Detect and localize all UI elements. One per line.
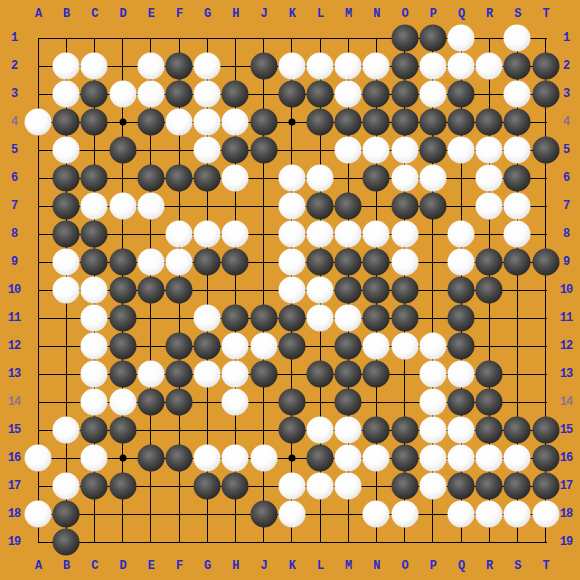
column-label-bottom-O: O xyxy=(401,560,407,572)
black-stone-M14 xyxy=(335,389,362,416)
black-stone-S17 xyxy=(504,473,531,500)
row-label-left-14: 14 xyxy=(8,396,20,408)
row-label-left-5: 5 xyxy=(11,144,17,156)
white-stone-P13 xyxy=(419,361,446,388)
black-stone-M7 xyxy=(335,193,362,220)
black-stone-D10 xyxy=(109,277,136,304)
white-stone-G3 xyxy=(194,81,221,108)
white-stone-E2 xyxy=(137,53,164,80)
white-stone-K7 xyxy=(278,193,305,220)
row-label-left-11: 11 xyxy=(8,312,20,324)
white-stone-H16 xyxy=(222,445,249,472)
black-stone-K15 xyxy=(278,417,305,444)
white-stone-M16 xyxy=(335,445,362,472)
white-stone-L10 xyxy=(307,277,334,304)
black-stone-P7 xyxy=(419,193,446,220)
white-stone-O5 xyxy=(391,137,418,164)
white-stone-O18 xyxy=(391,501,418,528)
black-stone-E6 xyxy=(137,165,164,192)
black-stone-M13 xyxy=(335,361,362,388)
black-stone-M12 xyxy=(335,333,362,360)
black-stone-E4 xyxy=(137,109,164,136)
white-stone-G11 xyxy=(194,305,221,332)
black-stone-T15 xyxy=(532,417,559,444)
black-stone-B8 xyxy=(53,221,80,248)
black-stone-O10 xyxy=(391,277,418,304)
white-stone-M15 xyxy=(335,417,362,444)
black-stone-L13 xyxy=(307,361,334,388)
white-stone-H8 xyxy=(222,221,249,248)
white-stone-M5 xyxy=(335,137,362,164)
white-stone-D3 xyxy=(109,81,136,108)
column-label-top-P: P xyxy=(430,8,436,20)
white-stone-J16 xyxy=(250,445,277,472)
column-label-bottom-S: S xyxy=(514,560,520,572)
column-label-bottom-L: L xyxy=(317,560,323,572)
white-stone-O6 xyxy=(391,165,418,192)
column-label-bottom-G: G xyxy=(204,560,210,572)
white-stone-K8 xyxy=(278,221,305,248)
column-label-bottom-Q: Q xyxy=(458,560,464,572)
black-stone-N6 xyxy=(363,165,390,192)
white-stone-G13 xyxy=(194,361,221,388)
white-stone-L11 xyxy=(307,305,334,332)
black-stone-D12 xyxy=(109,333,136,360)
black-stone-P5 xyxy=(419,137,446,164)
black-stone-T9 xyxy=(532,249,559,276)
black-stone-Q12 xyxy=(448,333,475,360)
row-label-right-5: 5 xyxy=(563,144,569,156)
white-stone-G4 xyxy=(194,109,221,136)
white-stone-Q9 xyxy=(448,249,475,276)
row-label-right-10: 10 xyxy=(560,284,572,296)
black-stone-L3 xyxy=(307,81,334,108)
column-label-bottom-A: A xyxy=(35,560,41,572)
column-label-bottom-C: C xyxy=(91,560,97,572)
black-stone-N10 xyxy=(363,277,390,304)
row-label-right-17: 17 xyxy=(560,480,572,492)
white-stone-H12 xyxy=(222,333,249,360)
column-label-top-E: E xyxy=(148,8,154,20)
column-label-bottom-F: F xyxy=(176,560,182,572)
white-stone-K17 xyxy=(278,473,305,500)
row-label-right-4: 4 xyxy=(563,116,569,128)
white-stone-E7 xyxy=(137,193,164,220)
white-stone-P17 xyxy=(419,473,446,500)
white-stone-G5 xyxy=(194,137,221,164)
white-stone-M17 xyxy=(335,473,362,500)
row-label-left-18: 18 xyxy=(8,508,20,520)
black-stone-O17 xyxy=(391,473,418,500)
white-stone-B2 xyxy=(53,53,80,80)
black-stone-P4 xyxy=(419,109,446,136)
white-stone-C11 xyxy=(81,305,108,332)
white-stone-T18 xyxy=(532,501,559,528)
black-stone-F2 xyxy=(166,53,193,80)
black-stone-R9 xyxy=(476,249,503,276)
black-stone-O4 xyxy=(391,109,418,136)
white-stone-E9 xyxy=(137,249,164,276)
white-stone-H14 xyxy=(222,389,249,416)
white-stone-Q16 xyxy=(448,445,475,472)
white-stone-N18 xyxy=(363,501,390,528)
white-stone-A4 xyxy=(25,109,52,136)
white-stone-N5 xyxy=(363,137,390,164)
black-stone-N15 xyxy=(363,417,390,444)
column-label-top-L: L xyxy=(317,8,323,20)
white-stone-S5 xyxy=(504,137,531,164)
column-label-top-Q: Q xyxy=(458,8,464,20)
row-label-left-4: 4 xyxy=(11,116,17,128)
black-stone-B4 xyxy=(53,109,80,136)
white-stone-E13 xyxy=(137,361,164,388)
white-stone-L6 xyxy=(307,165,334,192)
white-stone-P15 xyxy=(419,417,446,444)
black-stone-J2 xyxy=(250,53,277,80)
white-stone-Q1 xyxy=(448,25,475,52)
black-stone-E16 xyxy=(137,445,164,472)
black-stone-N13 xyxy=(363,361,390,388)
black-stone-J13 xyxy=(250,361,277,388)
column-label-bottom-E: E xyxy=(148,560,154,572)
black-stone-K14 xyxy=(278,389,305,416)
white-stone-R7 xyxy=(476,193,503,220)
black-stone-R14 xyxy=(476,389,503,416)
black-stone-F3 xyxy=(166,81,193,108)
row-label-left-13: 13 xyxy=(8,368,20,380)
black-stone-S9 xyxy=(504,249,531,276)
white-stone-N8 xyxy=(363,221,390,248)
white-stone-B3 xyxy=(53,81,80,108)
row-label-left-8: 8 xyxy=(11,228,17,240)
white-stone-P2 xyxy=(419,53,446,80)
black-stone-H3 xyxy=(222,81,249,108)
white-stone-G16 xyxy=(194,445,221,472)
column-label-top-R: R xyxy=(486,8,492,20)
white-stone-C7 xyxy=(81,193,108,220)
row-label-left-19: 19 xyxy=(8,536,20,548)
white-stone-K10 xyxy=(278,277,305,304)
white-stone-E3 xyxy=(137,81,164,108)
black-stone-T5 xyxy=(532,137,559,164)
black-stone-F14 xyxy=(166,389,193,416)
column-label-top-S: S xyxy=(514,8,520,20)
black-stone-C4 xyxy=(81,109,108,136)
black-stone-C15 xyxy=(81,417,108,444)
black-stone-B18 xyxy=(53,501,80,528)
white-stone-C14 xyxy=(81,389,108,416)
black-stone-S15 xyxy=(504,417,531,444)
black-stone-T3 xyxy=(532,81,559,108)
row-label-right-16: 16 xyxy=(560,452,572,464)
white-stone-M11 xyxy=(335,305,362,332)
black-stone-R10 xyxy=(476,277,503,304)
white-stone-C13 xyxy=(81,361,108,388)
black-stone-S2 xyxy=(504,53,531,80)
row-label-right-6: 6 xyxy=(563,172,569,184)
white-stone-K9 xyxy=(278,249,305,276)
row-label-right-13: 13 xyxy=(560,368,572,380)
white-stone-L8 xyxy=(307,221,334,248)
white-stone-F9 xyxy=(166,249,193,276)
black-stone-F10 xyxy=(166,277,193,304)
black-stone-D5 xyxy=(109,137,136,164)
column-label-bottom-J: J xyxy=(260,560,266,572)
row-label-right-1: 1 xyxy=(563,32,569,44)
white-stone-K6 xyxy=(278,165,305,192)
black-stone-J11 xyxy=(250,305,277,332)
column-label-top-H: H xyxy=(232,8,238,20)
white-stone-B17 xyxy=(53,473,80,500)
black-stone-B7 xyxy=(53,193,80,220)
black-stone-O2 xyxy=(391,53,418,80)
white-stone-S18 xyxy=(504,501,531,528)
column-label-top-K: K xyxy=(289,8,295,20)
row-label-right-18: 18 xyxy=(560,508,572,520)
white-stone-B10 xyxy=(53,277,80,304)
white-stone-S16 xyxy=(504,445,531,472)
black-stone-L9 xyxy=(307,249,334,276)
white-stone-C16 xyxy=(81,445,108,472)
black-stone-H9 xyxy=(222,249,249,276)
white-stone-Q5 xyxy=(448,137,475,164)
white-stone-B15 xyxy=(53,417,80,444)
column-label-top-N: N xyxy=(373,8,379,20)
black-stone-K12 xyxy=(278,333,305,360)
black-stone-F16 xyxy=(166,445,193,472)
white-stone-M2 xyxy=(335,53,362,80)
white-stone-R2 xyxy=(476,53,503,80)
column-label-bottom-N: N xyxy=(373,560,379,572)
star-point-D16 xyxy=(119,455,126,462)
black-stone-Q14 xyxy=(448,389,475,416)
white-stone-A16 xyxy=(25,445,52,472)
white-stone-B9 xyxy=(53,249,80,276)
black-stone-E14 xyxy=(137,389,164,416)
black-stone-O7 xyxy=(391,193,418,220)
row-label-left-6: 6 xyxy=(11,172,17,184)
black-stone-J5 xyxy=(250,137,277,164)
black-stone-M9 xyxy=(335,249,362,276)
white-stone-H4 xyxy=(222,109,249,136)
black-stone-K3 xyxy=(278,81,305,108)
white-stone-Q8 xyxy=(448,221,475,248)
black-stone-C6 xyxy=(81,165,108,192)
white-stone-O8 xyxy=(391,221,418,248)
black-stone-T2 xyxy=(532,53,559,80)
row-label-left-12: 12 xyxy=(8,340,20,352)
black-stone-O3 xyxy=(391,81,418,108)
column-label-bottom-T: T xyxy=(542,560,548,572)
black-stone-N11 xyxy=(363,305,390,332)
white-stone-H6 xyxy=(222,165,249,192)
row-label-right-14: 14 xyxy=(560,396,572,408)
star-point-K4 xyxy=(288,119,295,126)
black-stone-J18 xyxy=(250,501,277,528)
white-stone-S1 xyxy=(504,25,531,52)
row-label-left-17: 17 xyxy=(8,480,20,492)
black-stone-G6 xyxy=(194,165,221,192)
column-label-top-M: M xyxy=(345,8,351,20)
white-stone-Q18 xyxy=(448,501,475,528)
black-stone-J4 xyxy=(250,109,277,136)
column-label-bottom-M: M xyxy=(345,560,351,572)
black-stone-H17 xyxy=(222,473,249,500)
black-stone-K11 xyxy=(278,305,305,332)
black-stone-T17 xyxy=(532,473,559,500)
white-stone-C2 xyxy=(81,53,108,80)
black-stone-D9 xyxy=(109,249,136,276)
white-stone-D7 xyxy=(109,193,136,220)
row-label-right-8: 8 xyxy=(563,228,569,240)
black-stone-P1 xyxy=(419,25,446,52)
white-stone-R16 xyxy=(476,445,503,472)
row-label-right-2: 2 xyxy=(563,60,569,72)
white-stone-P12 xyxy=(419,333,446,360)
black-stone-D17 xyxy=(109,473,136,500)
black-stone-O1 xyxy=(391,25,418,52)
black-stone-D11 xyxy=(109,305,136,332)
column-label-top-C: C xyxy=(91,8,97,20)
white-stone-N2 xyxy=(363,53,390,80)
black-stone-G12 xyxy=(194,333,221,360)
white-stone-J12 xyxy=(250,333,277,360)
row-label-right-9: 9 xyxy=(563,256,569,268)
black-stone-R4 xyxy=(476,109,503,136)
row-label-left-16: 16 xyxy=(8,452,20,464)
white-stone-G8 xyxy=(194,221,221,248)
column-label-top-J: J xyxy=(260,8,266,20)
row-label-right-3: 3 xyxy=(563,88,569,100)
row-label-right-12: 12 xyxy=(560,340,572,352)
row-label-left-10: 10 xyxy=(8,284,20,296)
black-stone-B19 xyxy=(53,529,80,556)
column-label-bottom-D: D xyxy=(119,560,125,572)
white-stone-B5 xyxy=(53,137,80,164)
white-stone-C12 xyxy=(81,333,108,360)
white-stone-Q2 xyxy=(448,53,475,80)
row-label-right-7: 7 xyxy=(563,200,569,212)
black-stone-Q4 xyxy=(448,109,475,136)
white-stone-A18 xyxy=(25,501,52,528)
black-stone-O16 xyxy=(391,445,418,472)
white-stone-R5 xyxy=(476,137,503,164)
column-label-top-G: G xyxy=(204,8,210,20)
row-label-left-9: 9 xyxy=(11,256,17,268)
black-stone-C8 xyxy=(81,221,108,248)
white-stone-F4 xyxy=(166,109,193,136)
black-stone-F13 xyxy=(166,361,193,388)
white-stone-S3 xyxy=(504,81,531,108)
black-stone-L4 xyxy=(307,109,334,136)
black-stone-G9 xyxy=(194,249,221,276)
row-label-left-3: 3 xyxy=(11,88,17,100)
black-stone-R17 xyxy=(476,473,503,500)
column-label-top-D: D xyxy=(119,8,125,20)
white-stone-S8 xyxy=(504,221,531,248)
column-label-bottom-H: H xyxy=(232,560,238,572)
white-stone-L17 xyxy=(307,473,334,500)
white-stone-P3 xyxy=(419,81,446,108)
star-point-D4 xyxy=(119,119,126,126)
column-label-top-O: O xyxy=(401,8,407,20)
black-stone-R13 xyxy=(476,361,503,388)
white-stone-N16 xyxy=(363,445,390,472)
black-stone-C9 xyxy=(81,249,108,276)
black-stone-N9 xyxy=(363,249,390,276)
black-stone-M10 xyxy=(335,277,362,304)
column-label-bottom-P: P xyxy=(430,560,436,572)
white-stone-L2 xyxy=(307,53,334,80)
row-label-left-1: 1 xyxy=(11,32,17,44)
row-label-left-7: 7 xyxy=(11,200,17,212)
grid-horizontal-line xyxy=(38,542,547,543)
black-stone-O15 xyxy=(391,417,418,444)
white-stone-P6 xyxy=(419,165,446,192)
black-stone-G17 xyxy=(194,473,221,500)
black-stone-R15 xyxy=(476,417,503,444)
black-stone-E10 xyxy=(137,277,164,304)
black-stone-S4 xyxy=(504,109,531,136)
black-stone-D13 xyxy=(109,361,136,388)
black-stone-H5 xyxy=(222,137,249,164)
black-stone-Q3 xyxy=(448,81,475,108)
white-stone-Q13 xyxy=(448,361,475,388)
white-stone-O12 xyxy=(391,333,418,360)
white-stone-N12 xyxy=(363,333,390,360)
column-label-bottom-K: K xyxy=(289,560,295,572)
black-stone-C17 xyxy=(81,473,108,500)
row-label-right-15: 15 xyxy=(560,424,572,436)
black-stone-Q17 xyxy=(448,473,475,500)
row-label-left-15: 15 xyxy=(8,424,20,436)
black-stone-N4 xyxy=(363,109,390,136)
white-stone-Q15 xyxy=(448,417,475,444)
black-stone-Q10 xyxy=(448,277,475,304)
black-stone-M4 xyxy=(335,109,362,136)
black-stone-Q11 xyxy=(448,305,475,332)
column-label-top-B: B xyxy=(63,8,69,20)
white-stone-R6 xyxy=(476,165,503,192)
black-stone-N3 xyxy=(363,81,390,108)
column-label-top-T: T xyxy=(542,8,548,20)
white-stone-H13 xyxy=(222,361,249,388)
white-stone-P16 xyxy=(419,445,446,472)
black-stone-T16 xyxy=(532,445,559,472)
row-label-left-2: 2 xyxy=(11,60,17,72)
white-stone-M8 xyxy=(335,221,362,248)
column-label-bottom-B: B xyxy=(63,560,69,572)
white-stone-M3 xyxy=(335,81,362,108)
go-board[interactable]: AABBCCDDEEFFGGHHJJKKLLMMNNOOPPQQRRSSTT11… xyxy=(0,0,580,580)
white-stone-K18 xyxy=(278,501,305,528)
row-label-right-11: 11 xyxy=(560,312,572,324)
white-stone-C10 xyxy=(81,277,108,304)
black-stone-L16 xyxy=(307,445,334,472)
white-stone-O9 xyxy=(391,249,418,276)
column-label-top-F: F xyxy=(176,8,182,20)
black-stone-C3 xyxy=(81,81,108,108)
black-stone-D15 xyxy=(109,417,136,444)
white-stone-G2 xyxy=(194,53,221,80)
black-stone-O11 xyxy=(391,305,418,332)
black-stone-B6 xyxy=(53,165,80,192)
white-stone-R18 xyxy=(476,501,503,528)
white-stone-P14 xyxy=(419,389,446,416)
black-stone-F12 xyxy=(166,333,193,360)
column-label-top-A: A xyxy=(35,8,41,20)
white-stone-L15 xyxy=(307,417,334,444)
